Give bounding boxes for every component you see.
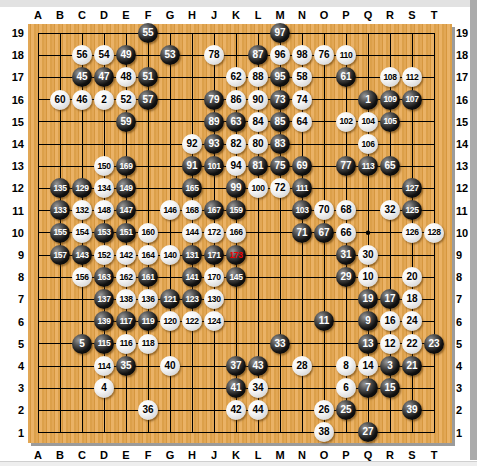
stone-white-E5[interactable]: 116 <box>116 334 136 354</box>
stone-black-F16[interactable]: 57 <box>138 90 158 110</box>
stone-black-B10[interactable]: 155 <box>50 223 70 243</box>
stone-white-M18[interactable]: 96 <box>270 45 290 65</box>
stone-black-O6[interactable]: 11 <box>314 311 334 331</box>
stone-black-J15[interactable]: 89 <box>204 112 224 132</box>
col-label-bottom-T: T <box>423 448 445 462</box>
stone-white-C16[interactable]: 46 <box>72 90 92 110</box>
stone-white-D11[interactable]: 148 <box>94 200 114 220</box>
col-label-bottom-L: L <box>247 448 269 462</box>
stone-white-S17[interactable]: 112 <box>402 67 422 87</box>
stone-black-P2[interactable]: 25 <box>336 400 356 420</box>
stone-white-H10[interactable]: 144 <box>182 223 202 243</box>
col-label-top-D: D <box>93 8 115 22</box>
stone-white-N15[interactable]: 64 <box>292 112 312 132</box>
go-game-viewer: 1234567891011121314151617181920212223242… <box>0 0 477 466</box>
stone-white-J7[interactable]: 130 <box>204 289 224 309</box>
row-label-left-7: 7 <box>0 292 24 306</box>
stone-white-Q9[interactable]: 30 <box>358 245 378 265</box>
stone-white-N16[interactable]: 74 <box>292 90 312 110</box>
stone-black-B11[interactable]: 133 <box>50 200 70 220</box>
stone-white-L17[interactable]: 88 <box>248 67 268 87</box>
stone-black-P13[interactable]: 77 <box>336 156 356 176</box>
stone-white-G6[interactable]: 120 <box>160 311 180 331</box>
col-label-bottom-M: M <box>269 448 291 462</box>
stone-white-K16[interactable]: 86 <box>226 90 246 110</box>
col-label-bottom-A: A <box>27 448 49 462</box>
stone-white-C10[interactable]: 154 <box>72 223 92 243</box>
row-label-left-14: 14 <box>0 137 24 151</box>
stone-black-C17[interactable]: 45 <box>72 67 92 87</box>
stone-white-L12[interactable]: 100 <box>248 178 268 198</box>
stone-black-H12[interactable]: 165 <box>182 178 202 198</box>
stone-black-F6[interactable]: 119 <box>138 311 158 331</box>
stone-black-Q13[interactable]: 113 <box>358 156 378 176</box>
stone-white-H11[interactable]: 168 <box>182 200 202 220</box>
stone-white-Q8[interactable]: 10 <box>358 267 378 287</box>
stone-black-O10[interactable]: 67 <box>314 223 334 243</box>
stone-white-J8[interactable]: 170 <box>204 267 224 287</box>
col-label-top-L: L <box>247 8 269 22</box>
stone-black-Q1[interactable]: 27 <box>358 422 378 442</box>
stone-white-N17[interactable]: 58 <box>292 67 312 87</box>
stone-black-S16[interactable]: 107 <box>402 90 422 110</box>
stone-white-P18[interactable]: 110 <box>336 45 356 65</box>
stone-black-R3[interactable]: 15 <box>380 378 400 398</box>
col-label-top-H: H <box>181 8 203 22</box>
stone-black-D7[interactable]: 137 <box>94 289 114 309</box>
stone-black-K11[interactable]: 159 <box>226 200 246 220</box>
stone-black-H13[interactable]: 91 <box>182 156 202 176</box>
stone-black-F8[interactable]: 161 <box>138 267 158 287</box>
goban[interactable]: 1234567891011121314151617181920212223242… <box>27 22 445 444</box>
stone-white-K2[interactable]: 42 <box>226 400 246 420</box>
stone-white-R5[interactable]: 12 <box>380 334 400 354</box>
stone-white-L16[interactable]: 90 <box>248 90 268 110</box>
stone-white-G4[interactable]: 40 <box>160 356 180 376</box>
stone-black-M19[interactable]: 97 <box>270 23 290 43</box>
stone-white-K10[interactable]: 166 <box>226 223 246 243</box>
stone-white-S8[interactable]: 20 <box>402 267 422 287</box>
stone-white-T10[interactable]: 128 <box>424 223 444 243</box>
col-label-top-A: A <box>27 8 49 22</box>
stone-black-D5[interactable]: 115 <box>94 334 114 354</box>
stone-black-P17[interactable]: 61 <box>336 67 356 87</box>
stone-black-M14[interactable]: 83 <box>270 134 290 154</box>
stone-black-J9[interactable]: 171 <box>204 245 224 265</box>
row-label-left-1: 1 <box>0 426 24 440</box>
stone-black-H7[interactable]: 123 <box>182 289 202 309</box>
stone-black-D10[interactable]: 153 <box>94 223 114 243</box>
stone-black-M17[interactable]: 95 <box>270 67 290 87</box>
stone-black-H9[interactable]: 131 <box>182 245 202 265</box>
stone-white-R17[interactable]: 108 <box>380 67 400 87</box>
stone-white-C18[interactable]: 56 <box>72 45 92 65</box>
row-label-left-13: 13 <box>0 159 24 173</box>
row-label-left-18: 18 <box>0 48 24 62</box>
stone-black-E10[interactable]: 151 <box>116 223 136 243</box>
stone-black-R13[interactable]: 65 <box>380 156 400 176</box>
window-top-strip <box>0 0 477 8</box>
stone-white-O2[interactable]: 26 <box>314 400 334 420</box>
stone-black-R4[interactable]: 3 <box>380 356 400 376</box>
stone-white-L15[interactable]: 84 <box>248 112 268 132</box>
row-label-left-17: 17 <box>0 70 24 84</box>
row-label-left-12: 12 <box>0 181 24 195</box>
col-label-top-R: R <box>379 8 401 22</box>
col-label-bottom-C: C <box>71 448 93 462</box>
stone-black-S11[interactable]: 125 <box>402 200 422 220</box>
stone-black-K8[interactable]: 145 <box>226 267 246 287</box>
stone-white-G11[interactable]: 146 <box>160 200 180 220</box>
stone-black-S2[interactable]: 39 <box>402 400 422 420</box>
stone-black-L18[interactable]: 87 <box>248 45 268 65</box>
stone-black-D8[interactable]: 163 <box>94 267 114 287</box>
stone-white-O18[interactable]: 76 <box>314 45 334 65</box>
col-label-bottom-J: J <box>203 448 225 462</box>
stone-white-E8[interactable]: 162 <box>116 267 136 287</box>
col-label-bottom-B: B <box>49 448 71 462</box>
stone-black-M5[interactable]: 33 <box>270 334 290 354</box>
stone-black-D17[interactable]: 47 <box>94 67 114 87</box>
row-label-left-10: 10 <box>0 226 24 240</box>
stone-black-L4[interactable]: 43 <box>248 356 268 376</box>
col-label-bottom-S: S <box>401 448 423 462</box>
stone-white-C8[interactable]: 156 <box>72 267 92 287</box>
col-label-top-N: N <box>291 8 313 22</box>
stone-white-D4[interactable]: 114 <box>94 356 114 376</box>
stone-black-Q7[interactable]: 19 <box>358 289 378 309</box>
stone-black-P9[interactable]: 31 <box>336 245 356 265</box>
stone-black-F19[interactable]: 55 <box>138 23 158 43</box>
stone-white-L2[interactable]: 44 <box>248 400 268 420</box>
stone-black-J16[interactable]: 79 <box>204 90 224 110</box>
stone-white-Q14[interactable]: 106 <box>358 134 378 154</box>
col-label-top-C: C <box>71 8 93 22</box>
col-label-bottom-O: O <box>313 448 335 462</box>
stone-black-N13[interactable]: 69 <box>292 156 312 176</box>
row-label-left-4: 4 <box>0 359 24 373</box>
stone-black-E6[interactable]: 117 <box>116 311 136 331</box>
stone-white-F2[interactable]: 36 <box>138 400 158 420</box>
stone-white-R11[interactable]: 32 <box>380 200 400 220</box>
stone-white-Q4[interactable]: 14 <box>358 356 378 376</box>
stone-black-Q6[interactable]: 9 <box>358 311 378 331</box>
stone-white-D12[interactable]: 134 <box>94 178 114 198</box>
stone-black-N11[interactable]: 103 <box>292 200 312 220</box>
stone-black-Q5[interactable]: 13 <box>358 334 378 354</box>
col-label-bottom-N: N <box>291 448 313 462</box>
stone-white-C11[interactable]: 132 <box>72 200 92 220</box>
col-label-bottom-H: H <box>181 448 203 462</box>
row-label-left-15: 15 <box>0 115 24 129</box>
row-label-left-11: 11 <box>0 204 24 218</box>
col-label-bottom-P: P <box>335 448 357 462</box>
stone-white-B16[interactable]: 60 <box>50 90 70 110</box>
stone-white-P4[interactable]: 8 <box>336 356 356 376</box>
stone-black-E4[interactable]: 35 <box>116 356 136 376</box>
window-right-strip <box>470 0 477 460</box>
col-label-top-S: S <box>401 8 423 22</box>
stone-white-P10[interactable]: 66 <box>336 223 356 243</box>
stone-black-R16[interactable]: 109 <box>380 90 400 110</box>
stone-white-K17[interactable]: 62 <box>226 67 246 87</box>
row-label-left-2: 2 <box>0 403 24 417</box>
stone-white-H6[interactable]: 122 <box>182 311 202 331</box>
stone-black-S12[interactable]: 127 <box>402 178 422 198</box>
stone-white-S10[interactable]: 126 <box>402 223 422 243</box>
stone-white-R6[interactable]: 16 <box>380 311 400 331</box>
stone-white-F10[interactable]: 160 <box>138 223 158 243</box>
stone-white-F7[interactable]: 136 <box>138 289 158 309</box>
stone-white-E17[interactable]: 48 <box>116 67 136 87</box>
stone-white-N18[interactable]: 98 <box>292 45 312 65</box>
col-label-bottom-G: G <box>159 448 181 462</box>
row-label-left-16: 16 <box>0 93 24 107</box>
stone-black-E13[interactable]: 169 <box>116 156 136 176</box>
col-label-top-T: T <box>423 8 445 22</box>
stone-black-D6[interactable]: 139 <box>94 311 114 331</box>
stone-white-F9[interactable]: 164 <box>138 245 158 265</box>
stone-black-N12[interactable]: 111 <box>292 178 312 198</box>
stone-black-C5[interactable]: 5 <box>72 334 92 354</box>
stone-black-J14[interactable]: 93 <box>204 134 224 154</box>
stone-black-F17[interactable]: 51 <box>138 67 158 87</box>
stone-white-O1[interactable]: 38 <box>314 422 334 442</box>
col-label-top-B: B <box>49 8 71 22</box>
col-label-top-P: P <box>335 8 357 22</box>
col-label-bottom-E: E <box>115 448 137 462</box>
row-label-left-19: 19 <box>0 26 24 40</box>
stone-black-Q3[interactable]: 7 <box>358 378 378 398</box>
stone-white-S7[interactable]: 18 <box>402 289 422 309</box>
stone-white-Q15[interactable]: 104 <box>358 112 378 132</box>
stone-last-move-K9[interactable]: 173 <box>226 245 246 265</box>
stone-white-P15[interactable]: 102 <box>336 112 356 132</box>
stone-black-K15[interactable]: 63 <box>226 112 246 132</box>
col-label-bottom-D: D <box>93 448 115 462</box>
stone-white-K14[interactable]: 82 <box>226 134 246 154</box>
stone-black-C9[interactable]: 143 <box>72 245 92 265</box>
col-label-bottom-R: R <box>379 448 401 462</box>
stone-black-L13[interactable]: 81 <box>248 156 268 176</box>
stone-white-D3[interactable]: 4 <box>94 378 114 398</box>
stone-white-D16[interactable]: 2 <box>94 90 114 110</box>
col-label-bottom-Q: Q <box>357 448 379 462</box>
stone-white-K13[interactable]: 94 <box>226 156 246 176</box>
stone-black-K3[interactable]: 41 <box>226 378 246 398</box>
col-label-top-J: J <box>203 8 225 22</box>
stone-white-O11[interactable]: 70 <box>314 200 334 220</box>
stone-black-K4[interactable]: 37 <box>226 356 246 376</box>
row-label-left-3: 3 <box>0 381 24 395</box>
stone-black-M15[interactable]: 85 <box>270 112 290 132</box>
col-label-bottom-F: F <box>137 448 159 462</box>
stone-black-C12[interactable]: 129 <box>72 178 92 198</box>
stone-white-H14[interactable]: 92 <box>182 134 202 154</box>
col-label-top-O: O <box>313 8 335 22</box>
stone-black-B12[interactable]: 135 <box>50 178 70 198</box>
row-label-left-5: 5 <box>0 337 24 351</box>
stone-black-E15[interactable]: 59 <box>116 112 136 132</box>
stone-black-P8[interactable]: 29 <box>336 267 356 287</box>
stone-black-M13[interactable]: 75 <box>270 156 290 176</box>
stone-white-M12[interactable]: 72 <box>270 178 290 198</box>
stone-black-G18[interactable]: 53 <box>160 45 180 65</box>
stone-white-J6[interactable]: 124 <box>204 311 224 331</box>
stone-white-L14[interactable]: 80 <box>248 134 268 154</box>
stone-white-J10[interactable]: 172 <box>204 223 224 243</box>
stone-black-B9[interactable]: 157 <box>50 245 70 265</box>
stone-white-D18[interactable]: 54 <box>94 45 114 65</box>
col-label-bottom-K: K <box>225 448 247 462</box>
stone-white-G9[interactable]: 140 <box>160 245 180 265</box>
row-label-left-9: 9 <box>0 248 24 262</box>
col-label-top-E: E <box>115 8 137 22</box>
row-label-left-8: 8 <box>0 270 24 284</box>
stone-black-J13[interactable]: 101 <box>204 156 224 176</box>
col-label-top-G: G <box>159 8 181 22</box>
stone-white-P3[interactable]: 6 <box>336 378 356 398</box>
stone-white-F5[interactable]: 118 <box>138 334 158 354</box>
stone-black-R7[interactable]: 17 <box>380 289 400 309</box>
col-label-top-M: M <box>269 8 291 22</box>
stone-black-M16[interactable]: 73 <box>270 90 290 110</box>
stone-black-J11[interactable]: 167 <box>204 200 224 220</box>
stone-white-S6[interactable]: 24 <box>402 311 422 331</box>
stone-black-E18[interactable]: 49 <box>116 45 136 65</box>
stone-black-T5[interactable]: 23 <box>424 334 444 354</box>
stone-white-E7[interactable]: 138 <box>116 289 136 309</box>
col-label-top-Q: Q <box>357 8 379 22</box>
stone-white-E16[interactable]: 52 <box>116 90 136 110</box>
stone-black-E11[interactable]: 147 <box>116 200 136 220</box>
window-bottom-strip <box>0 461 477 466</box>
stone-white-D13[interactable]: 150 <box>94 156 114 176</box>
stone-white-E9[interactable]: 142 <box>116 245 136 265</box>
stone-white-L3[interactable]: 34 <box>248 378 268 398</box>
stone-white-D9[interactable]: 152 <box>94 245 114 265</box>
row-label-left-6: 6 <box>0 315 24 329</box>
stone-white-S5[interactable]: 22 <box>402 334 422 354</box>
stone-black-N10[interactable]: 71 <box>292 223 312 243</box>
stone-white-J18[interactable]: 78 <box>204 45 224 65</box>
stone-black-R15[interactable]: 105 <box>380 112 400 132</box>
col-label-top-F: F <box>137 8 159 22</box>
stone-white-N4[interactable]: 28 <box>292 356 312 376</box>
stone-black-K12[interactable]: 99 <box>226 178 246 198</box>
stone-black-Q16[interactable]: 1 <box>358 90 378 110</box>
stone-white-P11[interactable]: 68 <box>336 200 356 220</box>
stone-black-G7[interactable]: 121 <box>160 289 180 309</box>
stone-black-S4[interactable]: 21 <box>402 356 422 376</box>
stone-black-H8[interactable]: 141 <box>182 267 202 287</box>
col-label-top-K: K <box>225 8 247 22</box>
stone-black-E12[interactable]: 149 <box>116 178 136 198</box>
